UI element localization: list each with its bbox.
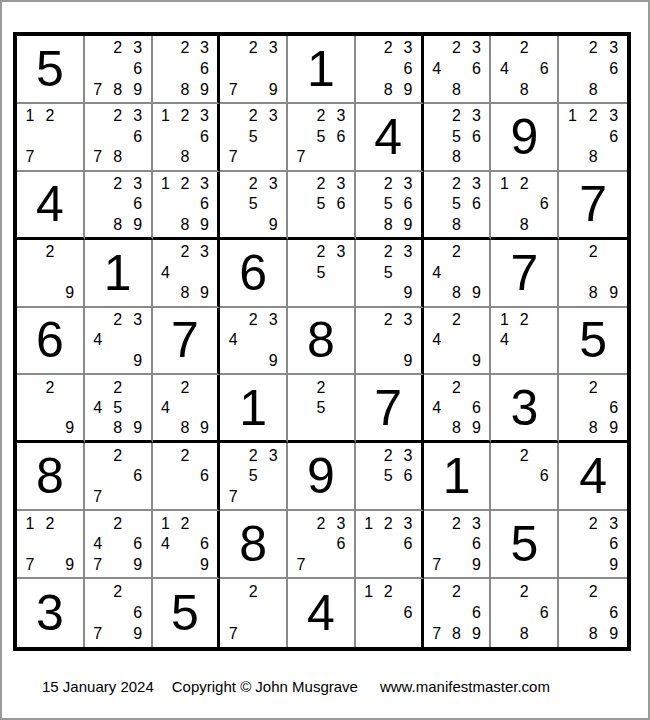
pencil-marks: 12469 xyxy=(156,513,215,575)
given-digit: 3 xyxy=(36,588,64,638)
pencil-marks: 123689 xyxy=(156,174,215,235)
pencil-marks: 1236 xyxy=(359,513,418,575)
cell-r4c2[interactable]: 1 xyxy=(85,240,153,308)
candidate-digit: 2 xyxy=(583,513,604,534)
pencil-marks: 268 xyxy=(494,581,554,645)
cell-r9c1[interactable]: 3 xyxy=(17,579,85,647)
footer-website: www.manifestmaster.com xyxy=(380,678,550,695)
footer: 15 January 2024Copyright © John Musgrave… xyxy=(42,678,550,695)
candidate-digit: 6 xyxy=(195,534,215,555)
candidate-digit: 7 xyxy=(88,79,108,100)
cell-r2c1[interactable]: 127 xyxy=(17,104,85,172)
cell-r8c3[interactable]: 12469 xyxy=(153,511,221,579)
cell-r1c1[interactable]: 5 xyxy=(17,36,85,104)
candidate-digit: 6 xyxy=(331,534,351,555)
pencil-marks: 2689 xyxy=(562,377,624,438)
given-digit: 1 xyxy=(443,451,471,501)
candidate-digit: 3 xyxy=(467,38,487,59)
cell-r6c2[interactable]: 24589 xyxy=(85,375,153,443)
candidate-digit: 8 xyxy=(514,79,534,100)
cell-r4c1[interactable]: 29 xyxy=(17,240,85,308)
candidate-digit: 2 xyxy=(175,513,195,534)
cell-r3c8[interactable]: 1268 xyxy=(491,172,559,240)
candidate-digit: 2 xyxy=(108,38,128,59)
cell-r5c2[interactable]: 2349 xyxy=(85,308,153,376)
candidate-digit: 7 xyxy=(88,487,108,508)
candidate-digit: 9 xyxy=(195,554,215,575)
candidate-digit: 8 xyxy=(175,214,195,234)
candidate-digit: 8 xyxy=(447,418,467,438)
cell-r2c2[interactable]: 23678 xyxy=(85,104,153,172)
candidate-digit: 2 xyxy=(175,377,195,397)
cell-r8c7[interactable]: 23679 xyxy=(424,511,492,579)
given-digit: 1 xyxy=(307,44,335,94)
cell-r3c7[interactable]: 23568 xyxy=(424,172,492,240)
pencil-marks: 239 xyxy=(359,310,418,372)
candidate-digit: 2 xyxy=(514,445,534,466)
candidate-digit: 5 xyxy=(311,262,331,283)
cell-r5c5[interactable]: 8 xyxy=(288,308,356,376)
candidate-digit: 4 xyxy=(223,330,243,351)
candidate-digit: 4 xyxy=(88,534,108,555)
candidate-digit: 4 xyxy=(494,59,514,80)
given-digit: 5 xyxy=(36,44,64,94)
cell-r5c3[interactable]: 7 xyxy=(153,308,221,376)
pencil-marks: 2356 xyxy=(359,445,418,507)
candidate-digit: 1 xyxy=(494,174,514,194)
candidate-digit: 6 xyxy=(467,398,487,418)
candidate-digit: 3 xyxy=(263,106,283,127)
cell-r3c2[interactable]: 23689 xyxy=(85,172,153,240)
given-digit: 4 xyxy=(374,112,402,162)
candidate-digit: 6 xyxy=(603,534,624,555)
candidate-digit: 6 xyxy=(467,602,487,623)
candidate-digit: 2 xyxy=(243,445,263,466)
cell-r3c9[interactable]: 7 xyxy=(559,172,627,240)
candidate-digit: 4 xyxy=(427,59,447,80)
cell-r7c9[interactable]: 4 xyxy=(559,443,627,511)
given-digit: 8 xyxy=(307,315,335,365)
pencil-marks: 2349 xyxy=(223,310,283,372)
pencil-marks: 124 xyxy=(494,310,554,372)
candidate-digit: 5 xyxy=(311,398,331,418)
candidate-digit: 5 xyxy=(447,194,467,214)
candidate-digit: 3 xyxy=(398,174,418,194)
cell-r7c7[interactable]: 1 xyxy=(424,443,492,511)
pencil-marks: 27 xyxy=(223,581,283,645)
pencil-marks: 1268 xyxy=(494,174,554,235)
candidate-digit: 6 xyxy=(467,194,487,214)
candidate-digit: 6 xyxy=(128,59,148,80)
candidate-digit: 5 xyxy=(243,127,263,148)
candidate-digit: 3 xyxy=(331,174,351,194)
candidate-digit: 1 xyxy=(20,106,40,127)
cell-r9c7[interactable]: 26789 xyxy=(424,579,492,647)
cell-r2c9[interactable]: 12368 xyxy=(559,104,627,172)
given-digit: 5 xyxy=(171,588,199,638)
candidate-digit: 5 xyxy=(243,194,263,214)
pencil-marks: 26 xyxy=(494,445,554,507)
cell-r1c5[interactable]: 1 xyxy=(288,36,356,104)
cell-r5c7[interactable]: 249 xyxy=(424,308,492,376)
given-digit: 4 xyxy=(579,451,607,501)
candidate-digit: 3 xyxy=(398,38,418,59)
candidate-digit: 2 xyxy=(583,242,604,263)
candidate-digit: 2 xyxy=(243,174,263,194)
pencil-marks: 23689 xyxy=(156,38,215,100)
candidate-digit: 7 xyxy=(223,624,243,645)
candidate-digit: 9 xyxy=(60,418,80,438)
candidate-digit: 2 xyxy=(447,174,467,194)
pencil-marks: 2357 xyxy=(223,106,283,168)
candidate-digit: 6 xyxy=(603,59,624,80)
footer-copyright: Copyright © John Musgrave xyxy=(172,678,358,695)
candidate-digit: 2 xyxy=(108,377,128,397)
candidate-digit: 8 xyxy=(108,147,128,168)
candidate-digit: 9 xyxy=(603,418,624,438)
cell-r5c1[interactable]: 6 xyxy=(17,308,85,376)
cell-r3c4[interactable]: 2359 xyxy=(220,172,288,240)
candidate-digit: 9 xyxy=(128,214,148,234)
candidate-digit: 2 xyxy=(311,242,331,263)
pencil-marks: 26 xyxy=(156,445,215,507)
candidate-digit: 9 xyxy=(398,79,418,100)
cell-r6c7[interactable]: 24689 xyxy=(424,375,492,443)
cell-r6c5[interactable]: 25 xyxy=(288,375,356,443)
cell-r4c5[interactable]: 235 xyxy=(288,240,356,308)
candidate-digit: 3 xyxy=(603,106,624,127)
candidate-digit: 9 xyxy=(263,79,283,100)
candidate-digit: 7 xyxy=(20,147,40,168)
cell-r6c9[interactable]: 2689 xyxy=(559,375,627,443)
pencil-marks: 2356 xyxy=(291,174,351,235)
pencil-marks: 2367 xyxy=(291,513,351,575)
given-digit: 4 xyxy=(307,588,335,638)
cell-r5c9[interactable]: 5 xyxy=(559,308,627,376)
pencil-marks: 23567 xyxy=(291,106,351,168)
cell-r9c8[interactable]: 268 xyxy=(491,579,559,647)
cell-r6c3[interactable]: 2489 xyxy=(153,375,221,443)
candidate-digit: 2 xyxy=(447,38,467,59)
candidate-digit: 3 xyxy=(263,38,283,59)
pencil-marks: 127 xyxy=(20,106,80,168)
cell-r7c2[interactable]: 267 xyxy=(85,443,153,511)
cell-r8c8[interactable]: 5 xyxy=(491,511,559,579)
candidate-digit: 8 xyxy=(378,79,398,100)
candidate-digit: 2 xyxy=(378,242,398,263)
candidate-digit: 2 xyxy=(378,581,398,602)
candidate-digit: 3 xyxy=(195,38,215,59)
cell-r5c6[interactable]: 239 xyxy=(356,308,424,376)
candidate-digit: 3 xyxy=(398,242,418,263)
cell-r2c7[interactable]: 23568 xyxy=(424,104,492,172)
candidate-digit: 3 xyxy=(331,106,351,127)
given-digit: 5 xyxy=(510,519,538,569)
cell-r9c3[interactable]: 5 xyxy=(153,579,221,647)
cell-r9c2[interactable]: 2679 xyxy=(85,579,153,647)
candidate-digit: 4 xyxy=(88,330,108,351)
cell-r9c9[interactable]: 2689 xyxy=(559,579,627,647)
cell-r4c3[interactable]: 23489 xyxy=(153,240,221,308)
cell-r7c4[interactable]: 2357 xyxy=(220,443,288,511)
candidate-digit: 2 xyxy=(108,106,128,127)
candidate-digit: 1 xyxy=(156,513,176,534)
candidate-digit: 1 xyxy=(156,106,176,127)
cell-r8c9[interactable]: 2369 xyxy=(559,511,627,579)
candidate-digit: 4 xyxy=(427,330,447,351)
candidate-digit: 3 xyxy=(263,310,283,331)
candidate-digit: 9 xyxy=(128,624,148,645)
cell-r9c5[interactable]: 4 xyxy=(288,579,356,647)
candidate-digit: 1 xyxy=(156,174,176,194)
cell-r7c3[interactable]: 26 xyxy=(153,443,221,511)
cell-r7c8[interactable]: 26 xyxy=(491,443,559,511)
pencil-marks: 24589 xyxy=(88,377,148,438)
candidate-digit: 3 xyxy=(467,513,487,534)
cell-r3c3[interactable]: 123689 xyxy=(153,172,221,240)
cell-r1c4[interactable]: 2379 xyxy=(220,36,288,104)
candidate-digit: 2 xyxy=(40,242,60,263)
given-digit: 9 xyxy=(510,112,538,162)
pencil-marks: 235 xyxy=(291,242,351,304)
candidate-digit: 3 xyxy=(331,242,351,263)
candidate-digit: 9 xyxy=(398,283,418,304)
pencil-marks: 12368 xyxy=(156,106,215,168)
candidate-digit: 7 xyxy=(223,147,243,168)
candidate-digit: 4 xyxy=(427,262,447,283)
candidate-digit: 9 xyxy=(467,624,487,645)
candidate-digit: 9 xyxy=(195,214,215,234)
candidate-digit: 6 xyxy=(467,127,487,148)
given-digit: 7 xyxy=(171,315,199,365)
candidate-digit: 2 xyxy=(447,310,467,331)
pencil-marks: 23489 xyxy=(156,242,215,304)
candidate-digit: 7 xyxy=(427,624,447,645)
candidate-digit: 2 xyxy=(175,106,195,127)
candidate-digit: 6 xyxy=(398,59,418,80)
candidate-digit: 3 xyxy=(263,445,283,466)
pencil-marks: 29 xyxy=(20,377,80,438)
candidate-digit: 3 xyxy=(467,106,487,127)
pencil-marks: 2689 xyxy=(562,581,624,645)
candidate-digit: 2 xyxy=(108,174,128,194)
candidate-digit: 5 xyxy=(378,262,398,283)
pencil-marks: 24689 xyxy=(427,377,487,438)
candidate-digit: 1 xyxy=(494,310,514,331)
candidate-digit: 4 xyxy=(156,398,176,418)
given-digit: 1 xyxy=(239,383,267,433)
candidate-digit: 2 xyxy=(175,38,195,59)
candidate-digit: 3 xyxy=(195,174,215,194)
pencil-marks: 23679 xyxy=(427,513,487,575)
pencil-marks: 2489 xyxy=(156,377,215,438)
candidate-digit: 9 xyxy=(467,283,487,304)
cell-r4c9[interactable]: 289 xyxy=(559,240,627,308)
candidate-digit: 3 xyxy=(195,106,215,127)
candidate-digit: 2 xyxy=(243,106,263,127)
pencil-marks: 2368 xyxy=(562,38,624,100)
given-digit: 6 xyxy=(36,315,64,365)
cell-r8c5[interactable]: 2367 xyxy=(288,511,356,579)
cell-r3c6[interactable]: 235689 xyxy=(356,172,424,240)
pencil-marks: 23468 xyxy=(427,38,487,100)
candidate-digit: 2 xyxy=(514,38,534,59)
candidate-digit: 9 xyxy=(60,554,80,575)
cell-r3c1[interactable]: 4 xyxy=(17,172,85,240)
candidate-digit: 2 xyxy=(447,581,467,602)
candidate-digit: 6 xyxy=(195,59,215,80)
cell-r6c4[interactable]: 1 xyxy=(220,375,288,443)
candidate-digit: 6 xyxy=(603,398,624,418)
candidate-digit: 8 xyxy=(583,283,604,304)
candidate-digit: 2 xyxy=(175,174,195,194)
cell-r6c6[interactable]: 7 xyxy=(356,375,424,443)
pencil-marks: 1279 xyxy=(20,513,80,575)
cell-r2c3[interactable]: 12368 xyxy=(153,104,221,172)
candidate-digit: 8 xyxy=(514,624,534,645)
cell-r4c6[interactable]: 2359 xyxy=(356,240,424,308)
cell-r6c8[interactable]: 3 xyxy=(491,375,559,443)
candidate-digit: 3 xyxy=(398,445,418,466)
candidate-digit: 3 xyxy=(128,106,148,127)
candidate-digit: 2 xyxy=(108,581,128,602)
candidate-digit: 3 xyxy=(603,513,624,534)
cell-r4c8[interactable]: 7 xyxy=(491,240,559,308)
candidate-digit: 7 xyxy=(427,554,447,575)
candidate-digit: 5 xyxy=(108,398,128,418)
pencil-marks: 2359 xyxy=(223,174,283,235)
pencil-marks: 2679 xyxy=(88,581,148,645)
candidate-digit: 2 xyxy=(447,106,467,127)
cell-r4c7[interactable]: 2489 xyxy=(424,240,492,308)
candidate-digit: 2 xyxy=(311,513,331,534)
pencil-marks: 23689 xyxy=(359,38,418,100)
cell-r9c6[interactable]: 126 xyxy=(356,579,424,647)
candidate-digit: 4 xyxy=(494,330,514,351)
candidate-digit: 5 xyxy=(447,127,467,148)
cell-r2c5[interactable]: 23567 xyxy=(288,104,356,172)
candidate-digit: 4 xyxy=(427,398,447,418)
cell-r1c8[interactable]: 2468 xyxy=(491,36,559,104)
pencil-marks: 23568 xyxy=(427,106,487,168)
cell-r1c7[interactable]: 23468 xyxy=(424,36,492,104)
candidate-digit: 2 xyxy=(447,513,467,534)
given-digit: 4 xyxy=(36,179,64,229)
candidate-digit: 3 xyxy=(603,38,624,59)
pencil-marks: 26789 xyxy=(427,581,487,645)
candidate-digit: 6 xyxy=(467,59,487,80)
candidate-digit: 7 xyxy=(20,554,40,575)
cell-r2c4[interactable]: 2357 xyxy=(220,104,288,172)
candidate-digit: 5 xyxy=(243,466,263,487)
candidate-digit: 7 xyxy=(88,554,108,575)
candidate-digit: 9 xyxy=(398,351,418,372)
cell-r1c2[interactable]: 236789 xyxy=(85,36,153,104)
candidate-digit: 9 xyxy=(603,624,624,645)
candidate-digit: 9 xyxy=(467,351,487,372)
candidate-digit: 2 xyxy=(175,242,195,263)
cell-r9c4[interactable]: 27 xyxy=(220,579,288,647)
cell-r7c5[interactable]: 9 xyxy=(288,443,356,511)
candidate-digit: 2 xyxy=(583,377,604,397)
candidate-digit: 2 xyxy=(378,513,398,534)
candidate-digit: 6 xyxy=(195,194,215,214)
candidate-digit: 2 xyxy=(311,174,331,194)
given-digit: 3 xyxy=(510,383,538,433)
pencil-marks: 249 xyxy=(427,310,487,372)
pencil-marks: 23678 xyxy=(88,106,148,168)
pencil-marks: 2359 xyxy=(359,242,418,304)
candidate-digit: 8 xyxy=(108,79,128,100)
candidate-digit: 9 xyxy=(195,418,215,438)
candidate-digit: 9 xyxy=(60,283,80,304)
candidate-digit: 2 xyxy=(108,445,128,466)
candidate-digit: 2 xyxy=(243,38,263,59)
candidate-digit: 2 xyxy=(243,310,263,331)
cell-r5c8[interactable]: 124 xyxy=(491,308,559,376)
cell-r3c5[interactable]: 2356 xyxy=(288,172,356,240)
candidate-digit: 6 xyxy=(534,194,554,214)
candidate-digit: 3 xyxy=(128,38,148,59)
candidate-digit: 8 xyxy=(175,283,195,304)
cell-r1c6[interactable]: 23689 xyxy=(356,36,424,104)
candidate-digit: 8 xyxy=(583,624,604,645)
candidate-digit: 6 xyxy=(534,602,554,623)
candidate-digit: 6 xyxy=(467,534,487,555)
candidate-digit: 7 xyxy=(223,487,243,508)
candidate-digit: 6 xyxy=(195,466,215,487)
candidate-digit: 6 xyxy=(331,127,351,148)
candidate-digit: 9 xyxy=(263,351,283,372)
candidate-digit: 7 xyxy=(88,624,108,645)
candidate-digit: 6 xyxy=(128,194,148,214)
candidate-digit: 8 xyxy=(175,147,195,168)
cell-r8c4[interactable]: 8 xyxy=(220,511,288,579)
pencil-marks: 2357 xyxy=(223,445,283,507)
candidate-digit: 2 xyxy=(378,445,398,466)
candidate-digit: 2 xyxy=(175,445,195,466)
candidate-digit: 9 xyxy=(467,554,487,575)
cell-r7c6[interactable]: 2356 xyxy=(356,443,424,511)
candidate-digit: 8 xyxy=(583,418,604,438)
candidate-digit: 6 xyxy=(128,534,148,555)
cell-r1c3[interactable]: 23689 xyxy=(153,36,221,104)
candidate-digit: 6 xyxy=(534,59,554,80)
candidate-digit: 3 xyxy=(195,242,215,263)
cell-r1c9[interactable]: 2368 xyxy=(559,36,627,104)
candidate-digit: 9 xyxy=(128,418,148,438)
candidate-digit: 2 xyxy=(40,106,60,127)
candidate-digit: 6 xyxy=(128,602,148,623)
cell-r4c4[interactable]: 6 xyxy=(220,240,288,308)
cell-r7c1[interactable]: 8 xyxy=(17,443,85,511)
candidate-digit: 4 xyxy=(156,534,176,555)
pencil-marks: 2369 xyxy=(562,513,624,575)
cell-r8c1[interactable]: 1279 xyxy=(17,511,85,579)
cell-r2c8[interactable]: 9 xyxy=(491,104,559,172)
candidate-digit: 2 xyxy=(514,174,534,194)
candidate-digit: 2 xyxy=(583,581,604,602)
candidate-digit: 6 xyxy=(331,194,351,214)
cell-r5c4[interactable]: 2349 xyxy=(220,308,288,376)
pencil-marks: 235689 xyxy=(359,174,418,235)
cell-r6c1[interactable]: 29 xyxy=(17,375,85,443)
cell-r8c6[interactable]: 1236 xyxy=(356,511,424,579)
candidate-digit: 2 xyxy=(311,106,331,127)
cell-r8c2[interactable]: 24679 xyxy=(85,511,153,579)
pencil-marks: 25 xyxy=(291,377,351,438)
cell-r2c6[interactable]: 4 xyxy=(356,104,424,172)
